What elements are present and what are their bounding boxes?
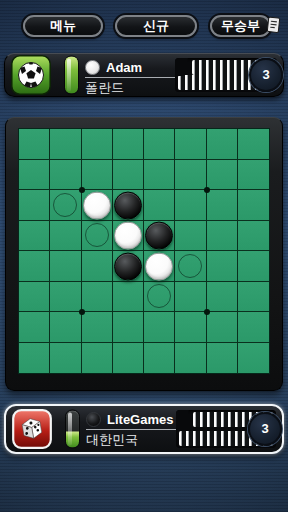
board-cell-c5[interactable] (82, 251, 113, 282)
legal-move-hint (53, 193, 77, 217)
player-info-top: Adam 폴란드 (85, 59, 181, 95)
board-cell-c7[interactable] (82, 312, 113, 343)
score-top: 3 (249, 58, 283, 92)
board-cell-e6[interactable] (144, 282, 175, 313)
divider (85, 77, 179, 78)
black-game-disc (114, 191, 142, 219)
board-cell-c4[interactable] (82, 221, 113, 252)
board-cell-e8[interactable] (144, 343, 175, 374)
board-cell-e1[interactable] (144, 129, 175, 160)
board-cell-a2[interactable] (19, 160, 50, 191)
board-cell-h1[interactable] (238, 129, 269, 160)
board-cell-h6[interactable] (238, 282, 269, 313)
legal-move-hint (178, 254, 202, 278)
board-cell-f4[interactable] (175, 221, 206, 252)
board-cell-a7[interactable] (19, 312, 50, 343)
board-star-point (204, 187, 210, 193)
board-cell-d3[interactable] (113, 190, 144, 221)
board-star-point (204, 309, 210, 315)
board-cell-c2[interactable] (82, 160, 113, 191)
board-cell-g8[interactable] (207, 343, 238, 374)
white-game-disc (83, 191, 111, 219)
board-cell-e4[interactable] (144, 221, 175, 252)
board-cell-a8[interactable] (19, 343, 50, 374)
player-name-top: Adam (106, 60, 142, 75)
board-cell-d7[interactable] (113, 312, 144, 343)
board-cell-f8[interactable] (175, 343, 206, 374)
board-cell-e2[interactable] (144, 160, 175, 191)
board-cell-f5[interactable] (175, 251, 206, 282)
board-cell-a3[interactable] (19, 190, 50, 221)
board-cell-g6[interactable] (207, 282, 238, 313)
board-cell-b8[interactable] (50, 343, 81, 374)
board-cell-c6[interactable] (82, 282, 113, 313)
board-cell-d2[interactable] (113, 160, 144, 191)
board-cell-f6[interactable] (175, 282, 206, 313)
board-grid (18, 128, 270, 374)
board-cell-d4[interactable] (113, 221, 144, 252)
player-name-bottom: LiteGames (107, 412, 173, 427)
board-cell-b5[interactable] (50, 251, 81, 282)
board-cell-g4[interactable] (207, 221, 238, 252)
timer-top (64, 56, 79, 95)
board-cell-f1[interactable] (175, 129, 206, 160)
timer-bottom (65, 410, 80, 449)
board-cell-g1[interactable] (207, 129, 238, 160)
othello-game-screen: 메뉴 신규 무승부 (0, 0, 288, 512)
draw-offer-button[interactable]: 무승부 (210, 15, 271, 37)
board-star-point (79, 309, 85, 315)
board-cell-d5[interactable] (113, 251, 144, 282)
draw-offer-label: 무승부 (221, 18, 260, 33)
player-country-top: 폴란드 (85, 80, 181, 95)
soccer-ball-icon (11, 55, 51, 95)
player-country-bottom: 대한민국 (86, 432, 182, 447)
board-cell-b3[interactable] (50, 190, 81, 221)
board-cell-h3[interactable] (238, 190, 269, 221)
draw-offer-document-icon (265, 15, 282, 35)
board-cell-h2[interactable] (238, 160, 269, 191)
board-cell-c3[interactable] (82, 190, 113, 221)
board-cell-g2[interactable] (207, 160, 238, 191)
board-cell-g3[interactable] (207, 190, 238, 221)
dice-icon (12, 409, 52, 449)
board-cell-f3[interactable] (175, 190, 206, 221)
board-cell-a5[interactable] (19, 251, 50, 282)
board-cell-b2[interactable] (50, 160, 81, 191)
score-bottom: 3 (248, 412, 282, 446)
new-game-button[interactable]: 신규 (115, 15, 197, 37)
board-cell-h4[interactable] (238, 221, 269, 252)
board-cell-d1[interactable] (113, 129, 144, 160)
board-star-point (79, 187, 85, 193)
board-cell-c1[interactable] (82, 129, 113, 160)
board-cell-d8[interactable] (113, 343, 144, 374)
board-cell-b4[interactable] (50, 221, 81, 252)
board-cell-f2[interactable] (175, 160, 206, 191)
board-cell-g5[interactable] (207, 251, 238, 282)
board-cell-c8[interactable] (82, 343, 113, 374)
white-disc-icon (85, 60, 100, 75)
board-cell-h5[interactable] (238, 251, 269, 282)
board-cell-b7[interactable] (50, 312, 81, 343)
board-cell-g7[interactable] (207, 312, 238, 343)
black-game-disc (145, 222, 173, 250)
black-game-disc (114, 252, 142, 280)
board-cell-e3[interactable] (144, 190, 175, 221)
player-bar-top: Adam 폴란드 3 (4, 53, 284, 97)
divider (86, 429, 180, 430)
board-cell-h7[interactable] (238, 312, 269, 343)
white-game-disc (145, 252, 173, 280)
player-bar-bottom: LiteGames 대한민국 3 (4, 404, 284, 454)
white-game-disc (114, 222, 142, 250)
board-cell-b1[interactable] (50, 129, 81, 160)
board-cell-a6[interactable] (19, 282, 50, 313)
othello-board (5, 117, 283, 391)
player-info-bottom: LiteGames 대한민국 (86, 411, 182, 447)
board-cell-e5[interactable] (144, 251, 175, 282)
board-cell-h8[interactable] (238, 343, 269, 374)
board-cell-a1[interactable] (19, 129, 50, 160)
board-cell-f7[interactable] (175, 312, 206, 343)
menu-button[interactable]: 메뉴 (23, 15, 103, 37)
black-disc-icon (86, 412, 101, 427)
board-cell-b6[interactable] (50, 282, 81, 313)
legal-move-hint (85, 223, 109, 247)
board-cell-e7[interactable] (144, 312, 175, 343)
legal-move-hint (147, 284, 171, 308)
board-cell-d6[interactable] (113, 282, 144, 313)
board-cell-a4[interactable] (19, 221, 50, 252)
